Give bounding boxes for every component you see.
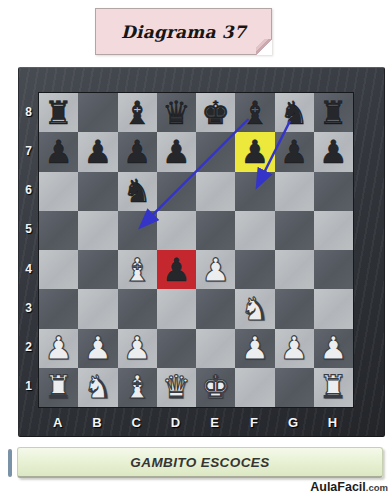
folded-corner-icon (256, 39, 272, 55)
square-b6 (78, 172, 117, 211)
rank-labels: 87654321 (19, 92, 38, 406)
square-a2: ♟ (39, 329, 78, 368)
rank-label-8: 8 (19, 92, 38, 131)
file-label-D: D (156, 408, 195, 436)
square-f2: ♟ (235, 329, 274, 368)
board-squares: ♜♝♛♚♝♞♜♟♟♟♟♟♟♟♞♝♟♟♞♟♟♟♟♟♟♜♞♝♛♚♜ (39, 93, 353, 407)
black-rook: ♜ (44, 97, 73, 129)
square-g2: ♟ (275, 329, 314, 368)
square-e4: ♟ (196, 250, 235, 289)
square-b5 (78, 211, 117, 250)
file-label-B: B (77, 408, 116, 436)
square-a4 (39, 250, 78, 289)
rank-label-2: 2 (19, 328, 38, 367)
square-e1: ♚ (196, 368, 235, 407)
square-a3 (39, 289, 78, 328)
square-c7: ♟ (118, 132, 157, 171)
black-bishop: ♝ (123, 97, 152, 129)
rank-label-3: 3 (19, 288, 38, 327)
file-label-A: A (38, 408, 77, 436)
white-queen: ♛ (162, 371, 191, 403)
square-c1: ♝ (118, 368, 157, 407)
black-pawn: ♟ (162, 254, 191, 286)
square-g3 (275, 289, 314, 328)
square-c2: ♟ (118, 329, 157, 368)
square-d4: ♟ (157, 250, 196, 289)
white-pawn: ♟ (201, 254, 230, 286)
square-f1 (235, 368, 274, 407)
white-knight: ♞ (241, 293, 270, 325)
square-d6 (157, 172, 196, 211)
square-a1: ♜ (39, 368, 78, 407)
brand-suffix: .com (366, 482, 388, 492)
white-king: ♚ (201, 371, 230, 403)
square-g8: ♞ (275, 93, 314, 132)
square-a6 (39, 172, 78, 211)
black-pawn: ♟ (123, 136, 152, 168)
rank-label-5: 5 (19, 210, 38, 249)
square-c5 (118, 211, 157, 250)
square-e8: ♚ (196, 93, 235, 132)
square-b7: ♟ (78, 132, 117, 171)
white-rook: ♜ (44, 371, 73, 403)
black-pawn: ♟ (162, 136, 191, 168)
square-g1 (275, 368, 314, 407)
square-e7 (196, 132, 235, 171)
square-a8: ♜ (39, 93, 78, 132)
square-d2 (157, 329, 196, 368)
page: Diagrama 37 87654321 ♜♝♛♚♝♞♜♟♟♟♟♟♟♟♞♝♟♟♞… (0, 0, 391, 492)
square-f5 (235, 211, 274, 250)
square-d5 (157, 211, 196, 250)
file-labels: ABCDEFGH (38, 408, 352, 436)
black-king: ♚ (201, 97, 230, 129)
rank-label-4: 4 (19, 249, 38, 288)
white-bishop: ♝ (123, 371, 152, 403)
square-f6 (235, 172, 274, 211)
rank-label-6: 6 (19, 171, 38, 210)
diagram-title: Diagrama 37 (121, 22, 246, 42)
square-b8 (78, 93, 117, 132)
file-label-F: F (234, 408, 273, 436)
square-h6 (314, 172, 353, 211)
chess-board: ♜♝♛♚♝♞♜♟♟♟♟♟♟♟♞♝♟♟♞♟♟♟♟♟♟♜♞♝♛♚♜ (38, 92, 354, 408)
opening-name-label: GAMBITO ESCOCES (130, 455, 269, 470)
square-g5 (275, 211, 314, 250)
brand-name: AulaFacil (310, 480, 366, 492)
square-g7: ♟ (275, 132, 314, 171)
white-pawn: ♟ (319, 332, 348, 364)
white-pawn: ♟ (241, 332, 270, 364)
caption-bar: GAMBITO ESCOCES (17, 447, 383, 478)
square-f4 (235, 250, 274, 289)
white-pawn: ♟ (123, 332, 152, 364)
white-pawn: ♟ (280, 332, 309, 364)
square-a7: ♟ (39, 132, 78, 171)
white-rook: ♜ (319, 371, 348, 403)
black-knight: ♞ (123, 175, 152, 207)
square-h7: ♟ (314, 132, 353, 171)
square-c3 (118, 289, 157, 328)
white-knight: ♞ (84, 371, 113, 403)
site-brand: AulaFacil.com (310, 477, 388, 492)
square-d1: ♛ (157, 368, 196, 407)
square-f3: ♞ (235, 289, 274, 328)
diagram-banner: Diagrama 37 (95, 8, 272, 55)
black-pawn: ♟ (44, 136, 73, 168)
file-label-G: G (274, 408, 313, 436)
square-d3 (157, 289, 196, 328)
square-e5 (196, 211, 235, 250)
black-rook: ♜ (319, 97, 348, 129)
black-pawn: ♟ (84, 136, 113, 168)
square-c8: ♝ (118, 93, 157, 132)
black-knight: ♞ (280, 97, 309, 129)
square-b1: ♞ (78, 368, 117, 407)
square-d7: ♟ (157, 132, 196, 171)
file-label-E: E (195, 408, 234, 436)
square-b4 (78, 250, 117, 289)
square-e6 (196, 172, 235, 211)
square-d8: ♛ (157, 93, 196, 132)
square-g6 (275, 172, 314, 211)
square-g4 (275, 250, 314, 289)
square-h8: ♜ (314, 93, 353, 132)
square-b3 (78, 289, 117, 328)
file-label-H: H (313, 408, 352, 436)
square-c4: ♝ (118, 250, 157, 289)
square-h1: ♜ (314, 368, 353, 407)
black-pawn: ♟ (319, 136, 348, 168)
black-queen: ♛ (162, 97, 191, 129)
rank-label-1: 1 (19, 367, 38, 406)
file-label-C: C (117, 408, 156, 436)
square-e2 (196, 329, 235, 368)
square-f8: ♝ (235, 93, 274, 132)
left-accent-bar (8, 449, 12, 477)
chess-board-frame: 87654321 ♜♝♛♚♝♞♜♟♟♟♟♟♟♟♞♝♟♟♞♟♟♟♟♟♟♜♞♝♛♚♜… (18, 67, 385, 437)
square-e3 (196, 289, 235, 328)
square-c6: ♞ (118, 172, 157, 211)
square-b2: ♟ (78, 329, 117, 368)
black-pawn: ♟ (280, 136, 309, 168)
square-h2: ♟ (314, 329, 353, 368)
square-a5 (39, 211, 78, 250)
white-bishop: ♝ (123, 254, 152, 286)
square-h5 (314, 211, 353, 250)
black-bishop: ♝ (241, 97, 270, 129)
square-h3 (314, 289, 353, 328)
square-h4 (314, 250, 353, 289)
white-pawn: ♟ (44, 332, 73, 364)
white-pawn: ♟ (84, 332, 113, 364)
rank-label-7: 7 (19, 131, 38, 170)
black-pawn: ♟ (241, 136, 270, 168)
square-f7: ♟ (235, 132, 274, 171)
